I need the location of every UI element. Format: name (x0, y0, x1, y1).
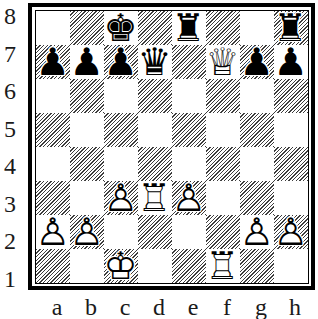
white-king-outline: ♔ (104, 249, 138, 283)
square-g5[interactable] (240, 113, 274, 147)
square-b1[interactable] (70, 249, 104, 283)
file-label-d: d (142, 295, 176, 319)
square-a4[interactable] (36, 147, 70, 181)
square-f5[interactable] (206, 113, 240, 147)
white-queen-outline: ♕ (206, 45, 240, 79)
rank-labels-column: 87654321 (0, 5, 20, 290)
square-a5[interactable] (36, 113, 70, 147)
square-f4[interactable] (206, 147, 240, 181)
piece-black-pawn[interactable]: ♟ (70, 45, 104, 79)
black-pawn-glyph: ♟ (274, 45, 308, 79)
piece-white-rook[interactable]: ♜♖ (206, 249, 240, 283)
square-f7[interactable]: ♛♕ (206, 45, 240, 79)
piece-white-rook[interactable]: ♜♖ (138, 181, 172, 215)
square-d2[interactable] (138, 215, 172, 249)
white-pawn-outline: ♙ (172, 181, 206, 215)
white-pawn-outline: ♙ (274, 215, 308, 249)
rank-label-2: 2 (0, 230, 20, 252)
square-c1[interactable]: ♚♔ (104, 249, 138, 283)
square-c3[interactable]: ♟♙ (104, 181, 138, 215)
piece-white-pawn[interactable]: ♟♙ (172, 181, 206, 215)
white-pawn-outline: ♙ (240, 215, 274, 249)
square-e2[interactable] (172, 215, 206, 249)
board-inner-border: ♚♜♜♟♟♟♛♛♕♟♟♟♙♜♖♟♙♟♙♟♙♟♙♟♙♚♔♜♖ (35, 10, 309, 284)
square-d1[interactable] (138, 249, 172, 283)
rank-label-4: 4 (0, 155, 20, 177)
file-labels-row: abcdefgh (40, 295, 312, 319)
rank-label-7: 7 (0, 43, 20, 65)
piece-white-pawn[interactable]: ♟♙ (104, 181, 138, 215)
square-a6[interactable] (36, 79, 70, 113)
square-c5[interactable] (104, 113, 138, 147)
black-pawn-glyph: ♟ (70, 45, 104, 79)
black-rook-glyph: ♜ (172, 11, 206, 45)
square-g6[interactable] (240, 79, 274, 113)
white-pawn-outline: ♙ (104, 181, 138, 215)
file-label-h: h (278, 295, 312, 319)
square-c6[interactable] (104, 79, 138, 113)
piece-black-pawn[interactable]: ♟ (240, 45, 274, 79)
square-h1[interactable] (274, 249, 308, 283)
white-rook-outline: ♖ (138, 181, 172, 215)
black-pawn-glyph: ♟ (240, 45, 274, 79)
white-rook-outline: ♖ (206, 249, 240, 283)
square-b5[interactable] (70, 113, 104, 147)
square-a1[interactable] (36, 249, 70, 283)
rank-label-5: 5 (0, 118, 20, 140)
piece-black-pawn[interactable]: ♟ (104, 45, 138, 79)
black-queen-glyph: ♛ (138, 45, 172, 79)
square-e7[interactable] (172, 45, 206, 79)
square-d3[interactable]: ♜♖ (138, 181, 172, 215)
rank-label-6: 6 (0, 80, 20, 102)
piece-white-pawn[interactable]: ♟♙ (70, 215, 104, 249)
square-g2[interactable]: ♟♙ (240, 215, 274, 249)
square-e1[interactable] (172, 249, 206, 283)
white-pawn-outline: ♙ (36, 215, 70, 249)
square-h4[interactable] (274, 147, 308, 181)
square-a2[interactable]: ♟♙ (36, 215, 70, 249)
file-label-b: b (74, 295, 108, 319)
square-d6[interactable] (138, 79, 172, 113)
piece-white-queen[interactable]: ♛♕ (206, 45, 240, 79)
file-label-f: f (210, 295, 244, 319)
square-g4[interactable] (240, 147, 274, 181)
square-b6[interactable] (70, 79, 104, 113)
square-h5[interactable] (274, 113, 308, 147)
rank-label-3: 3 (0, 193, 20, 215)
square-e6[interactable] (172, 79, 206, 113)
square-d5[interactable] (138, 113, 172, 147)
piece-white-king[interactable]: ♚♔ (104, 249, 138, 283)
square-f1[interactable]: ♜♖ (206, 249, 240, 283)
square-a7[interactable]: ♟ (36, 45, 70, 79)
rank-label-1: 1 (0, 268, 20, 290)
black-pawn-glyph: ♟ (36, 45, 70, 79)
square-f6[interactable] (206, 79, 240, 113)
square-d7[interactable]: ♛ (138, 45, 172, 79)
square-h2[interactable]: ♟♙ (274, 215, 308, 249)
square-e3[interactable]: ♟♙ (172, 181, 206, 215)
file-label-c: c (108, 295, 142, 319)
square-h6[interactable] (274, 79, 308, 113)
square-g1[interactable] (240, 249, 274, 283)
file-label-g: g (244, 295, 278, 319)
square-f3[interactable] (206, 181, 240, 215)
board-grid: ♚♜♜♟♟♟♛♛♕♟♟♟♙♜♖♟♙♟♙♟♙♟♙♟♙♚♔♜♖ (36, 11, 308, 283)
white-pawn-outline: ♙ (70, 215, 104, 249)
piece-white-pawn[interactable]: ♟♙ (240, 215, 274, 249)
piece-black-pawn[interactable]: ♟ (274, 45, 308, 79)
piece-black-pawn[interactable]: ♟ (36, 45, 70, 79)
square-b4[interactable] (70, 147, 104, 181)
chess-board: ♚♜♜♟♟♟♛♛♕♟♟♟♙♜♖♟♙♟♙♟♙♟♙♟♙♚♔♜♖ (28, 3, 315, 290)
square-b2[interactable]: ♟♙ (70, 215, 104, 249)
piece-black-rook[interactable]: ♜ (172, 11, 206, 45)
chess-diagram: 87654321 ♚♜♜♟♟♟♛♛♕♟♟♟♙♜♖♟♙♟♙♟♙♟♙♟♙♚♔♜♖ a… (0, 0, 318, 319)
square-h7[interactable]: ♟ (274, 45, 308, 79)
square-e8[interactable]: ♜ (172, 11, 206, 45)
square-g7[interactable]: ♟ (240, 45, 274, 79)
file-label-e: e (176, 295, 210, 319)
piece-white-pawn[interactable]: ♟♙ (274, 215, 308, 249)
file-label-a: a (40, 295, 74, 319)
square-b7[interactable]: ♟ (70, 45, 104, 79)
rank-label-8: 8 (0, 5, 20, 27)
piece-white-pawn[interactable]: ♟♙ (36, 215, 70, 249)
square-c7[interactable]: ♟ (104, 45, 138, 79)
piece-black-queen[interactable]: ♛ (138, 45, 172, 79)
black-pawn-glyph: ♟ (104, 45, 138, 79)
square-e5[interactable] (172, 113, 206, 147)
